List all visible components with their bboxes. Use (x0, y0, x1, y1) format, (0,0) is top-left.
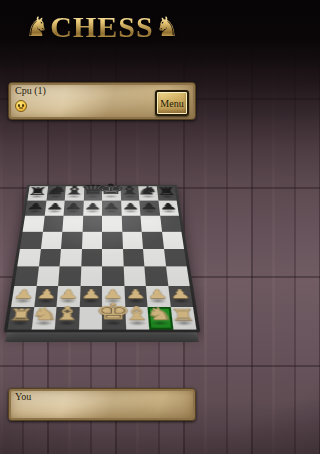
board-frame: ♜♞♝♛♚♝♞♜♟♟♟♟♟♟♟♟♟♟♟♟♟♟♟♟♜♞♝♚♝♞♜ (4, 185, 201, 333)
piece-white-rook[interactable]: ♜ (169, 307, 197, 323)
piece-black-pawn[interactable]: ♟ (158, 202, 177, 211)
square-a3[interactable] (14, 267, 38, 286)
knight-icon: ♞ (155, 13, 179, 40)
square-c5[interactable] (61, 231, 82, 248)
square-a7[interactable]: ♟ (25, 200, 46, 215)
square-h3[interactable] (166, 267, 190, 286)
square-f6[interactable] (121, 215, 141, 231)
knight-icon: ♞ (25, 13, 49, 40)
square-a5[interactable] (20, 231, 42, 248)
piece-black-pawn[interactable]: ♟ (26, 202, 45, 211)
square-f3[interactable] (123, 267, 146, 286)
player-panel: You (8, 388, 196, 421)
piece-white-bishop[interactable]: ♝ (52, 304, 83, 323)
piece-white-pawn[interactable]: ♟ (146, 288, 169, 301)
opponent-panel: Cpu (1) Menu (8, 82, 196, 120)
neutral-face-emoji-icon (15, 100, 27, 112)
square-e5[interactable] (102, 231, 123, 248)
board-grid: ♜♞♝♛♚♝♞♜♟♟♟♟♟♟♟♟♟♟♟♟♟♟♟♟♜♞♝♚♝♞♜ (8, 186, 197, 329)
piece-black-pawn[interactable]: ♟ (83, 202, 101, 211)
piece-black-pawn[interactable]: ♟ (121, 202, 140, 211)
piece-white-pawn[interactable]: ♟ (57, 288, 79, 301)
square-b6[interactable] (42, 215, 63, 231)
player-name: You (15, 391, 31, 402)
square-d5[interactable] (82, 231, 103, 248)
square-c3[interactable] (58, 267, 81, 286)
chess-board: ♜♞♝♛♚♝♞♜♟♟♟♟♟♟♟♟♟♟♟♟♟♟♟♟♜♞♝♚♝♞♜ (17, 146, 187, 351)
piece-white-pawn[interactable]: ♟ (12, 288, 35, 301)
app-title: CHESS (50, 10, 153, 43)
square-e6[interactable] (102, 215, 122, 231)
square-g6[interactable] (140, 215, 161, 231)
square-a4[interactable] (17, 249, 40, 267)
square-e4[interactable] (102, 249, 123, 267)
piece-black-pawn[interactable]: ♟ (45, 202, 64, 211)
square-d4[interactable] (81, 249, 102, 267)
square-d6[interactable] (82, 215, 102, 231)
piece-black-rook[interactable]: ♜ (155, 186, 177, 196)
square-a6[interactable] (23, 215, 45, 231)
square-h5[interactable] (162, 231, 184, 248)
square-f5[interactable] (122, 231, 143, 248)
square-d3[interactable] (80, 267, 102, 286)
piece-black-pawn[interactable]: ♟ (140, 202, 159, 211)
app-title-bar: ♞ CHESS ♞ (0, 10, 204, 43)
square-b5[interactable] (41, 231, 63, 248)
square-d7[interactable]: ♟ (83, 200, 102, 215)
opponent-name: Cpu (1) (15, 85, 46, 96)
square-g7[interactable]: ♟ (139, 200, 159, 215)
menu-button[interactable]: Menu (155, 90, 189, 116)
piece-white-pawn[interactable]: ♟ (168, 288, 191, 301)
square-h7[interactable]: ♟ (158, 200, 179, 215)
square-b7[interactable]: ♟ (44, 200, 64, 215)
square-h8[interactable]: ♜ (156, 186, 176, 200)
square-g5[interactable] (142, 231, 164, 248)
square-f7[interactable]: ♟ (121, 200, 141, 215)
square-h6[interactable] (160, 215, 182, 231)
square-e3[interactable] (102, 267, 124, 286)
square-h4[interactable] (164, 249, 187, 267)
square-h1[interactable]: ♜ (170, 307, 196, 329)
square-c6[interactable] (62, 215, 82, 231)
square-b4[interactable] (38, 249, 61, 267)
square-f4[interactable] (123, 249, 145, 267)
piece-black-pawn[interactable]: ♟ (64, 202, 83, 211)
piece-black-pawn[interactable]: ♟ (102, 202, 120, 211)
square-c1[interactable]: ♝ (55, 307, 79, 329)
square-c7[interactable]: ♟ (64, 200, 84, 215)
square-e7[interactable]: ♟ (102, 200, 121, 215)
square-c4[interactable] (60, 249, 82, 267)
piece-white-pawn[interactable]: ♟ (35, 288, 58, 301)
square-b3[interactable] (36, 267, 59, 286)
square-g4[interactable] (143, 249, 166, 267)
square-g3[interactable] (144, 267, 167, 286)
